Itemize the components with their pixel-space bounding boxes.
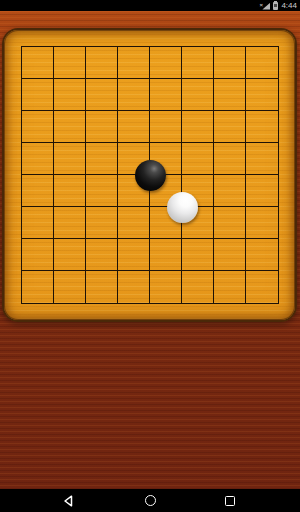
status-clock: 4:44 xyxy=(281,1,297,10)
recents-button[interactable] xyxy=(218,489,242,512)
stones-layer xyxy=(21,46,279,304)
black-stone xyxy=(135,160,166,191)
cellular-signal-icon: × xyxy=(259,2,270,10)
home-icon xyxy=(145,495,156,506)
home-button[interactable] xyxy=(138,489,162,512)
battery-icon xyxy=(273,2,278,10)
white-stone xyxy=(167,192,198,223)
android-nav-bar xyxy=(0,489,300,512)
status-bar: × 4:44 xyxy=(0,0,300,11)
screen: × 4:44 xyxy=(0,0,300,512)
recents-icon xyxy=(225,496,235,506)
go-board[interactable] xyxy=(21,46,279,304)
go-board-panel[interactable] xyxy=(2,28,297,322)
back-icon xyxy=(61,494,75,508)
back-button[interactable] xyxy=(56,489,80,512)
